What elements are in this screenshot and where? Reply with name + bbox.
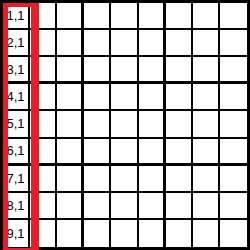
cell-3-7[interactable] bbox=[166, 57, 193, 84]
cell-8-4[interactable] bbox=[84, 193, 111, 220]
cell-6-2[interactable] bbox=[30, 139, 57, 166]
cell-3-5[interactable] bbox=[111, 57, 138, 84]
cell-7-4[interactable] bbox=[84, 166, 111, 193]
cell-3-6[interactable] bbox=[139, 57, 166, 84]
cell-6-8[interactable] bbox=[193, 139, 220, 166]
cell-4-4[interactable] bbox=[84, 84, 111, 111]
cell-5-4[interactable] bbox=[84, 111, 111, 138]
cell-3-4[interactable] bbox=[84, 57, 111, 84]
cell-5-6[interactable] bbox=[139, 111, 166, 138]
cell-label: 4,1 bbox=[7, 90, 25, 103]
cell-6-3[interactable] bbox=[57, 139, 84, 166]
cell-7-3[interactable] bbox=[57, 166, 84, 193]
cell-4-2[interactable] bbox=[30, 84, 57, 111]
cell-1-8[interactable] bbox=[193, 3, 220, 30]
cell-5-1[interactable]: 5,1 bbox=[3, 111, 30, 138]
cell-1-4[interactable] bbox=[84, 3, 111, 30]
cell-label: 9,1 bbox=[7, 227, 25, 240]
cell-9-7[interactable] bbox=[166, 220, 193, 247]
cell-2-5[interactable] bbox=[111, 30, 138, 57]
cell-6-1[interactable]: 6,1 bbox=[3, 139, 30, 166]
cell-7-2[interactable] bbox=[30, 166, 57, 193]
cell-4-5[interactable] bbox=[111, 84, 138, 111]
cell-7-7[interactable] bbox=[166, 166, 193, 193]
cell-1-5[interactable] bbox=[111, 3, 138, 30]
cell-8-7[interactable] bbox=[166, 193, 193, 220]
cell-label: 5,1 bbox=[7, 117, 25, 130]
cell-2-1[interactable]: 2,1 bbox=[3, 30, 30, 57]
cell-5-8[interactable] bbox=[193, 111, 220, 138]
cell-5-5[interactable] bbox=[111, 111, 138, 138]
cell-1-9[interactable] bbox=[220, 3, 247, 30]
cell-6-9[interactable] bbox=[220, 139, 247, 166]
cell-6-7[interactable] bbox=[166, 139, 193, 166]
cell-9-5[interactable] bbox=[111, 220, 138, 247]
cell-1-2[interactable] bbox=[30, 3, 57, 30]
cell-7-5[interactable] bbox=[111, 166, 138, 193]
cell-2-2[interactable] bbox=[30, 30, 57, 57]
cell-8-9[interactable] bbox=[220, 193, 247, 220]
cell-4-6[interactable] bbox=[139, 84, 166, 111]
cell-7-8[interactable] bbox=[193, 166, 220, 193]
cell-1-6[interactable] bbox=[139, 3, 166, 30]
cell-3-2[interactable] bbox=[30, 57, 57, 84]
cell-8-1[interactable]: 8,1 bbox=[3, 193, 30, 220]
cell-2-7[interactable] bbox=[166, 30, 193, 57]
cell-9-9[interactable] bbox=[220, 220, 247, 247]
cell-8-5[interactable] bbox=[111, 193, 138, 220]
cell-8-8[interactable] bbox=[193, 193, 220, 220]
cell-9-1[interactable]: 9,1 bbox=[3, 220, 30, 247]
cell-label: 8,1 bbox=[7, 199, 25, 212]
cell-label: 1,1 bbox=[7, 9, 25, 22]
cell-2-9[interactable] bbox=[220, 30, 247, 57]
cell-label: 6,1 bbox=[7, 144, 25, 157]
cell-4-1[interactable]: 4,1 bbox=[3, 84, 30, 111]
cell-6-4[interactable] bbox=[84, 139, 111, 166]
cell-4-3[interactable] bbox=[57, 84, 84, 111]
cell-label: 2,1 bbox=[7, 36, 25, 49]
cell-label: 3,1 bbox=[7, 63, 25, 76]
cell-5-3[interactable] bbox=[57, 111, 84, 138]
cell-7-1[interactable]: 7,1 bbox=[3, 166, 30, 193]
cell-5-9[interactable] bbox=[220, 111, 247, 138]
cell-9-6[interactable] bbox=[139, 220, 166, 247]
cell-6-5[interactable] bbox=[111, 139, 138, 166]
cell-3-3[interactable] bbox=[57, 57, 84, 84]
cell-1-3[interactable] bbox=[57, 3, 84, 30]
cell-6-6[interactable] bbox=[139, 139, 166, 166]
cell-4-9[interactable] bbox=[220, 84, 247, 111]
cell-9-2[interactable] bbox=[30, 220, 57, 247]
cell-1-1[interactable]: 1,1 bbox=[3, 3, 30, 30]
sudoku-board: 1,12,13,14,15,16,17,18,19,1 bbox=[0, 0, 250, 250]
cell-2-3[interactable] bbox=[57, 30, 84, 57]
cell-7-9[interactable] bbox=[220, 166, 247, 193]
cell-9-4[interactable] bbox=[84, 220, 111, 247]
cell-8-3[interactable] bbox=[57, 193, 84, 220]
cell-3-1[interactable]: 3,1 bbox=[3, 57, 30, 84]
cell-4-8[interactable] bbox=[193, 84, 220, 111]
cell-2-8[interactable] bbox=[193, 30, 220, 57]
cell-2-6[interactable] bbox=[139, 30, 166, 57]
cell-8-2[interactable] bbox=[30, 193, 57, 220]
cell-3-8[interactable] bbox=[193, 57, 220, 84]
cell-2-4[interactable] bbox=[84, 30, 111, 57]
cell-1-7[interactable] bbox=[166, 3, 193, 30]
cell-5-7[interactable] bbox=[166, 111, 193, 138]
cell-9-8[interactable] bbox=[193, 220, 220, 247]
cell-4-7[interactable] bbox=[166, 84, 193, 111]
cell-7-6[interactable] bbox=[139, 166, 166, 193]
cell-label: 7,1 bbox=[7, 172, 25, 185]
cell-9-3[interactable] bbox=[57, 220, 84, 247]
cell-5-2[interactable] bbox=[30, 111, 57, 138]
cell-8-6[interactable] bbox=[139, 193, 166, 220]
cell-3-9[interactable] bbox=[220, 57, 247, 84]
